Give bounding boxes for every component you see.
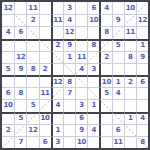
cell-r4c2[interactable] <box>14 39 26 51</box>
cell-r3c12[interactable] <box>136 26 148 38</box>
cell-r4c3[interactable] <box>26 39 38 51</box>
cell-r4c9[interactable] <box>99 39 111 51</box>
cell-r3c10[interactable] <box>112 26 124 38</box>
cell-r3c9[interactable]: 8 <box>99 26 111 38</box>
cell-r6c1[interactable]: 5 <box>2 63 14 75</box>
cell-r8c8[interactable] <box>87 87 99 99</box>
cell-r1c5[interactable] <box>51 2 63 14</box>
cell-r2c7[interactable] <box>75 14 87 26</box>
cell-r5c9[interactable]: 2 <box>99 51 111 63</box>
cell-r4c7[interactable] <box>75 39 87 51</box>
cell-r5c7[interactable]: 11 <box>75 51 87 63</box>
cell-r9c2[interactable] <box>14 99 26 111</box>
cell-r12c5[interactable]: 3 <box>51 136 63 148</box>
cell-r12c7[interactable]: 10 <box>75 136 87 148</box>
cell-r6c9[interactable] <box>99 63 111 75</box>
cell-r7c11[interactable]: 2 <box>124 75 136 87</box>
cell-r7c8[interactable] <box>87 75 99 87</box>
cell-r8c7[interactable] <box>75 87 87 99</box>
cell-r7c10[interactable]: 1 <box>112 75 124 87</box>
cell-r7c5[interactable]: 12 <box>51 75 63 87</box>
cell-r11c7[interactable]: 9 <box>75 124 87 136</box>
cell-r10c7[interactable]: 6 <box>75 112 87 124</box>
cell-r9c12[interactable] <box>136 99 148 111</box>
cell-r8c2[interactable]: 8 <box>14 87 26 99</box>
cell-r2c9[interactable] <box>99 14 111 26</box>
cell-r7c12[interactable]: 6 <box>136 75 148 87</box>
cell-r12c8[interactable] <box>87 136 99 148</box>
cell-r8c6[interactable]: 7 <box>63 87 75 99</box>
cell-r2c11[interactable] <box>124 14 136 26</box>
cell-r2c12[interactable]: 12 <box>136 14 148 26</box>
cell-r9c3[interactable]: 5 <box>26 99 38 111</box>
cell-r4c5[interactable]: 2 <box>51 39 63 51</box>
cell-r10c12[interactable]: 4 <box>136 112 148 124</box>
cell-r1c7[interactable] <box>75 2 87 14</box>
cell-r9c4[interactable] <box>39 99 51 111</box>
cell-r4c8[interactable]: 8 <box>87 39 99 51</box>
cell-r1c1[interactable]: 12 <box>2 2 14 14</box>
cell-r6c5[interactable] <box>51 63 63 75</box>
cell-r3c7[interactable] <box>75 26 87 38</box>
cell-r7c2[interactable] <box>14 75 26 87</box>
cell-r10c8[interactable] <box>87 112 99 124</box>
cell-r3c3[interactable] <box>26 26 38 38</box>
cell-r8c1[interactable]: 6 <box>2 87 14 99</box>
cell-r10c2[interactable]: 5 <box>14 112 26 124</box>
cell-r10c9[interactable] <box>99 112 111 124</box>
cell-r1c9[interactable]: 4 <box>99 2 111 14</box>
cell-r12c2[interactable]: 7 <box>14 136 26 148</box>
cell-r6c10[interactable] <box>112 63 124 75</box>
cell-r2c8[interactable]: 10 <box>87 14 99 26</box>
cell-r5c2[interactable]: 12 <box>14 51 26 63</box>
cell-r8c3[interactable] <box>26 87 38 99</box>
cell-r2c2[interactable] <box>14 14 26 26</box>
cell-r7c9[interactable]: 10 <box>99 75 111 87</box>
cell-r7c3[interactable] <box>26 75 38 87</box>
cell-r7c1[interactable] <box>2 75 14 87</box>
cell-r11c12[interactable] <box>136 124 148 136</box>
cell-r11c2[interactable] <box>14 124 26 136</box>
cell-r7c7[interactable] <box>75 75 87 87</box>
cell-r7c4[interactable] <box>39 75 51 87</box>
cell-r6c11[interactable] <box>124 63 136 75</box>
cell-r3c2[interactable]: 6 <box>14 26 26 38</box>
cell-r4c11[interactable] <box>124 39 136 51</box>
cell-r8c12[interactable] <box>136 87 148 99</box>
cell-r2c6[interactable]: 4 <box>63 14 75 26</box>
cell-r2c5[interactable]: 11 <box>51 14 63 26</box>
cell-r1c8[interactable]: 6 <box>87 2 99 14</box>
cell-r1c11[interactable]: 10 <box>124 2 136 14</box>
cell-r11c5[interactable]: 1 <box>51 124 63 136</box>
cell-r6c6[interactable] <box>63 63 75 75</box>
cell-r2c3[interactable]: 2 <box>26 14 38 26</box>
cell-r3c8[interactable] <box>87 26 99 38</box>
cell-r10c10[interactable] <box>112 112 124 124</box>
cell-r5c11[interactable]: 8 <box>124 51 136 63</box>
cell-r10c6[interactable] <box>63 112 75 124</box>
cell-r5c12[interactable]: 9 <box>136 51 148 63</box>
cell-r11c4[interactable] <box>39 124 51 136</box>
cell-r11c6[interactable] <box>63 124 75 136</box>
cell-r1c6[interactable]: 3 <box>63 2 75 14</box>
cell-r1c12[interactable] <box>136 2 148 14</box>
cell-r5c4[interactable] <box>39 51 51 63</box>
cell-r12c10[interactable]: 11 <box>112 136 124 148</box>
cell-r5c5[interactable] <box>51 51 63 63</box>
cell-r5c6[interactable]: 1 <box>63 51 75 63</box>
cell-r11c3[interactable]: 12 <box>26 124 38 136</box>
cell-r7c6[interactable]: 8 <box>63 75 75 87</box>
cell-r4c12[interactable]: 1 <box>136 39 148 51</box>
cell-r8c4[interactable]: 11 <box>39 87 51 99</box>
sudoku-board: 1211364102114109124612811298511211128959… <box>0 0 150 150</box>
cell-r11c10[interactable]: 6 <box>112 124 124 136</box>
cell-r9c10[interactable] <box>112 99 124 111</box>
cell-r10c3[interactable] <box>26 112 38 124</box>
cell-r8c11[interactable] <box>124 87 136 99</box>
cell-r6c3[interactable]: 8 <box>26 63 38 75</box>
cell-r1c3[interactable]: 11 <box>26 2 38 14</box>
cell-r1c4[interactable] <box>39 2 51 14</box>
cell-r4c6[interactable]: 9 <box>63 39 75 51</box>
cell-r4c10[interactable]: 5 <box>112 39 124 51</box>
cell-r12c3[interactable] <box>26 136 38 148</box>
cell-r5c1[interactable] <box>2 51 14 63</box>
cell-r1c2[interactable] <box>14 2 26 14</box>
cell-r8c10[interactable]: 4 <box>112 87 124 99</box>
cell-r9c6[interactable] <box>63 99 75 111</box>
cell-r2c1[interactable] <box>2 14 14 26</box>
cell-r12c1[interactable] <box>2 136 14 148</box>
cell-r2c4[interactable] <box>39 14 51 26</box>
cell-r11c9[interactable] <box>99 124 111 136</box>
cell-r3c5[interactable] <box>51 26 63 38</box>
cell-r6c2[interactable]: 9 <box>14 63 26 75</box>
cell-r11c1[interactable]: 2 <box>2 124 14 136</box>
cell-r9c11[interactable] <box>124 99 136 111</box>
cell-r8c9[interactable]: 5 <box>99 87 111 99</box>
cell-r12c12[interactable]: 8 <box>136 136 148 148</box>
sudoku-grid: 1211364102114109124612811298511211128959… <box>2 2 148 148</box>
cell-r6c8[interactable]: 3 <box>87 63 99 75</box>
cell-r5c3[interactable] <box>26 51 38 63</box>
cell-r3c1[interactable]: 4 <box>2 26 14 38</box>
cell-r2c10[interactable]: 9 <box>112 14 124 26</box>
cell-r10c1[interactable] <box>2 112 14 124</box>
cell-r11c8[interactable]: 4 <box>87 124 99 136</box>
cell-r9c7[interactable]: 3 <box>75 99 87 111</box>
cell-r12c6[interactable] <box>63 136 75 148</box>
cell-r4c4[interactable] <box>39 39 51 51</box>
cell-r12c9[interactable] <box>99 136 111 148</box>
cell-r9c1[interactable]: 10 <box>2 99 14 111</box>
cell-r9c9[interactable] <box>99 99 111 111</box>
cell-r6c12[interactable] <box>136 63 148 75</box>
cell-r5c10[interactable] <box>112 51 124 63</box>
cell-r10c11[interactable]: 1 <box>124 112 136 124</box>
cell-r3c6[interactable]: 12 <box>63 26 75 38</box>
cell-r5c8[interactable] <box>87 51 99 63</box>
cell-r4c1[interactable] <box>2 39 14 51</box>
cell-r12c4[interactable]: 6 <box>39 136 51 148</box>
cell-r11c11[interactable] <box>124 124 136 136</box>
cell-r12c11[interactable] <box>124 136 136 148</box>
cell-r1c10[interactable] <box>112 2 124 14</box>
cell-r6c7[interactable]: 4 <box>75 63 87 75</box>
cell-r9c8[interactable]: 1 <box>87 99 99 111</box>
cell-r3c4[interactable] <box>39 26 51 38</box>
cell-r6c4[interactable]: 2 <box>39 63 51 75</box>
cell-r10c5[interactable] <box>51 112 63 124</box>
cell-r10c4[interactable]: 10 <box>39 112 51 124</box>
cell-r3c11[interactable]: 11 <box>124 26 136 38</box>
cell-r9c5[interactable]: 4 <box>51 99 63 111</box>
cell-r8c5[interactable] <box>51 87 63 99</box>
